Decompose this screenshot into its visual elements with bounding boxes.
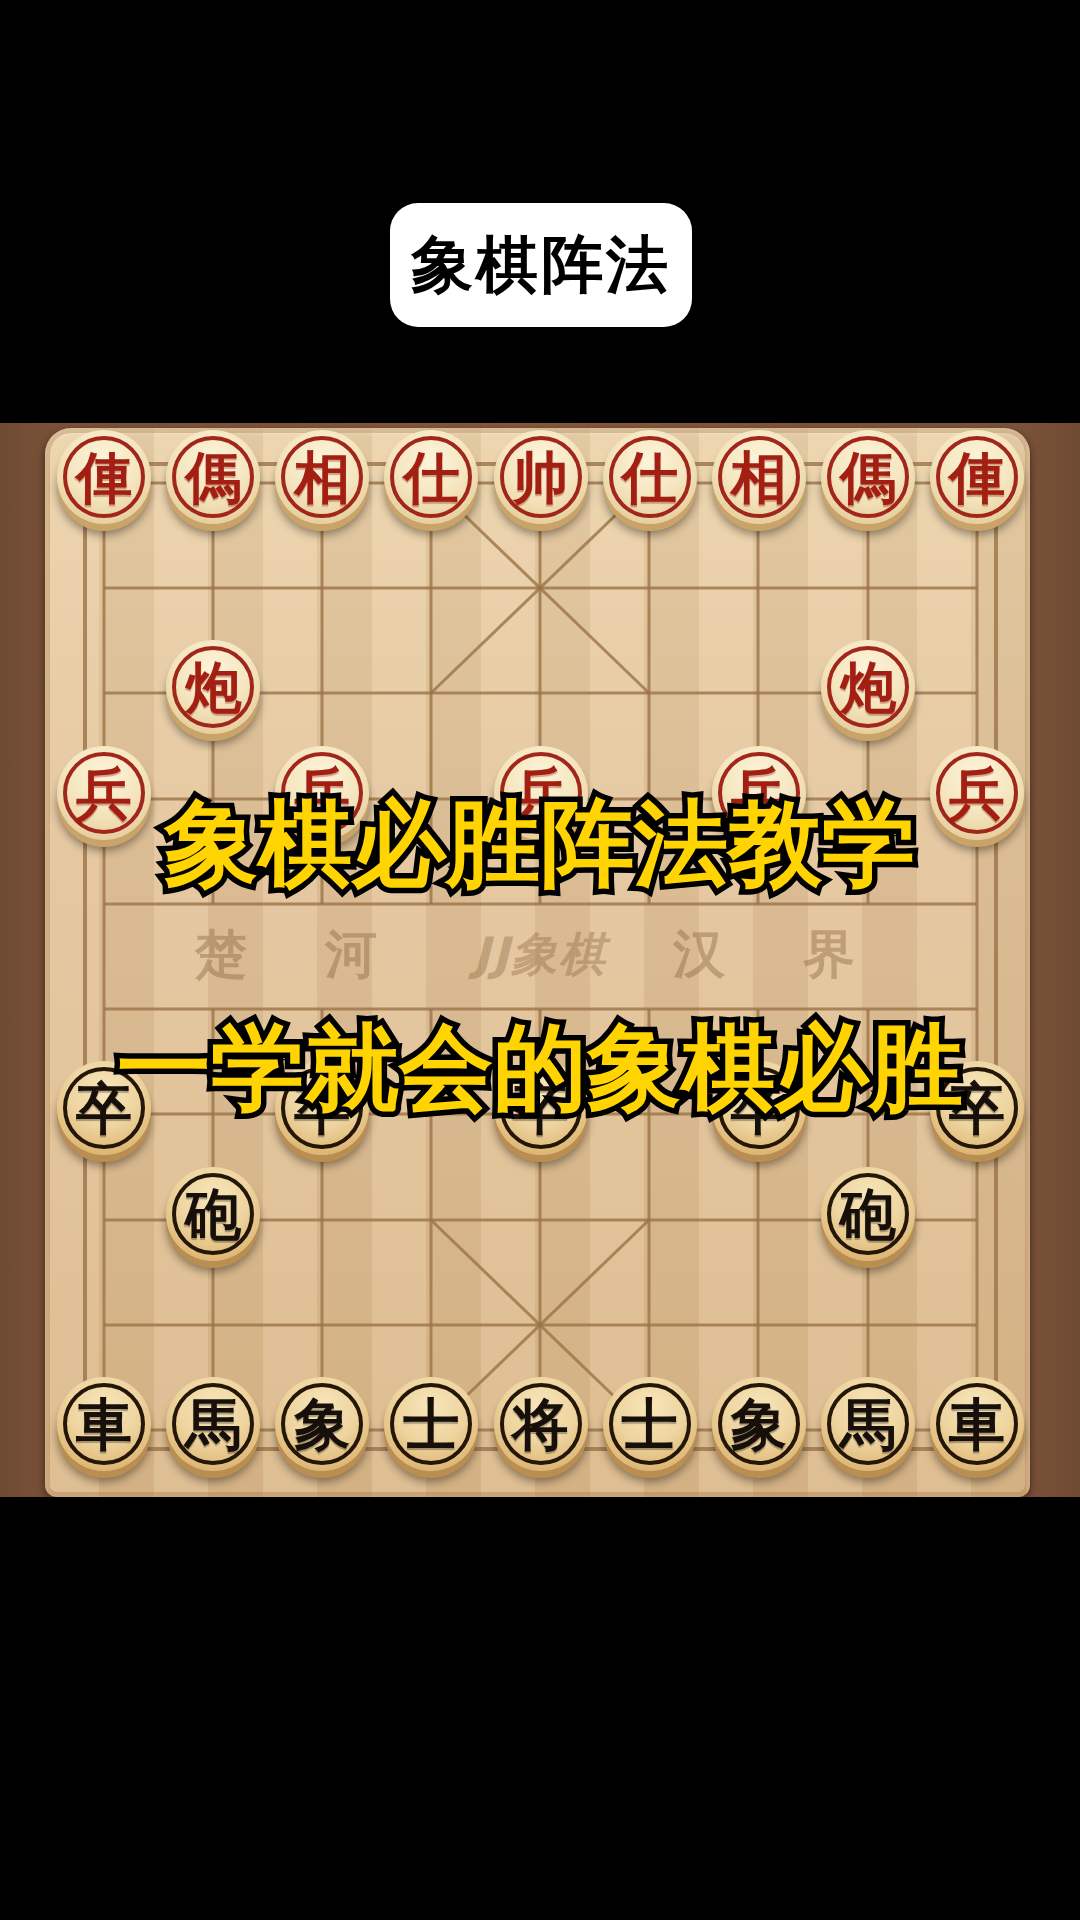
piece-character: 馬 — [840, 1396, 896, 1452]
caption-line-2: 一学就会的象棋必胜 — [0, 1018, 1080, 1118]
piece-red-elephant[interactable]: 相 — [275, 430, 369, 524]
piece-character: 炮 — [840, 659, 896, 715]
table-background: 楚 河 JJ象棋 汉 界 俥傌相仕帅仕相傌俥炮炮兵兵兵兵兵卒卒卒卒卒砲砲車馬象士… — [0, 423, 1080, 1497]
jj-xiangqi-logo: JJ象棋 — [473, 924, 607, 986]
river-text-right: 汉 界 — [673, 920, 885, 990]
piece-red-advisor[interactable]: 仕 — [603, 430, 697, 524]
piece-character: 相 — [294, 449, 350, 505]
piece-character: 馬 — [185, 1396, 241, 1452]
piece-red-rook[interactable]: 俥 — [930, 430, 1024, 524]
piece-character: 士 — [622, 1396, 678, 1452]
piece-black-rook[interactable]: 車 — [57, 1377, 151, 1471]
piece-black-rook[interactable]: 車 — [930, 1377, 1024, 1471]
piece-character: 砲 — [185, 1186, 241, 1242]
piece-character: 将 — [513, 1396, 569, 1452]
piece-character: 仕 — [403, 449, 459, 505]
piece-red-rook[interactable]: 俥 — [57, 430, 151, 524]
title-badge: 象棋阵法 — [390, 203, 692, 327]
piece-character: 士 — [403, 1396, 459, 1452]
piece-character: 象 — [731, 1396, 787, 1452]
river-text-left: 楚 河 — [195, 920, 407, 990]
piece-black-elephant[interactable]: 象 — [275, 1377, 369, 1471]
caption-line-1: 象棋必胜阵法教学 — [0, 794, 1080, 894]
piece-character: 炮 — [185, 659, 241, 715]
piece-red-cannon[interactable]: 炮 — [821, 640, 915, 734]
piece-red-horse[interactable]: 傌 — [166, 430, 260, 524]
piece-red-horse[interactable]: 傌 — [821, 430, 915, 524]
piece-black-horse[interactable]: 馬 — [821, 1377, 915, 1471]
piece-black-cannon[interactable]: 砲 — [166, 1167, 260, 1261]
piece-black-elephant[interactable]: 象 — [712, 1377, 806, 1471]
piece-character: 俥 — [76, 449, 132, 505]
piece-red-advisor[interactable]: 仕 — [384, 430, 478, 524]
piece-red-general[interactable]: 帅 — [494, 430, 588, 524]
title-badge-text: 象棋阵法 — [411, 223, 671, 307]
piece-character: 帅 — [513, 449, 569, 505]
piece-black-cannon[interactable]: 砲 — [821, 1167, 915, 1261]
piece-black-advisor[interactable]: 士 — [384, 1377, 478, 1471]
video-frame: 象棋阵法 — [0, 0, 1080, 1920]
piece-character: 俥 — [949, 449, 1005, 505]
piece-character: 傌 — [840, 449, 896, 505]
piece-character: 車 — [949, 1396, 1005, 1452]
river-watermark: 楚 河 JJ象棋 汉 界 — [195, 920, 885, 990]
piece-character: 相 — [731, 449, 787, 505]
piece-character: 象 — [294, 1396, 350, 1452]
piece-black-general[interactable]: 将 — [494, 1377, 588, 1471]
piece-character: 仕 — [622, 449, 678, 505]
piece-character: 傌 — [185, 449, 241, 505]
piece-black-horse[interactable]: 馬 — [166, 1377, 260, 1471]
piece-black-advisor[interactable]: 士 — [603, 1377, 697, 1471]
xiangqi-board[interactable]: 楚 河 JJ象棋 汉 界 俥傌相仕帅仕相傌俥炮炮兵兵兵兵兵卒卒卒卒卒砲砲車馬象士… — [45, 428, 1030, 1497]
piece-character: 車 — [76, 1396, 132, 1452]
piece-character: 砲 — [840, 1186, 896, 1242]
piece-red-cannon[interactable]: 炮 — [166, 640, 260, 734]
piece-red-elephant[interactable]: 相 — [712, 430, 806, 524]
